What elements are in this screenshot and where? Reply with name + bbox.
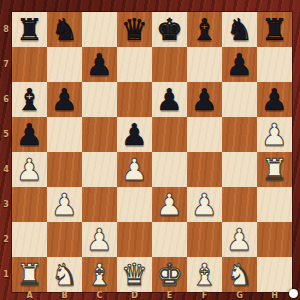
square-h5[interactable]: ♟ <box>257 117 292 152</box>
square-c7[interactable]: ♟ <box>82 47 117 82</box>
square-g4[interactable] <box>222 152 257 187</box>
file-label-a: A <box>12 291 47 300</box>
square-e1[interactable]: ♚ <box>152 257 187 292</box>
file-label-h: H <box>257 291 292 300</box>
square-d1[interactable]: ♛ <box>117 257 152 292</box>
piece-white-rook[interactable]: ♜ <box>261 155 288 185</box>
square-d3[interactable] <box>117 187 152 222</box>
square-g2[interactable]: ♟ <box>222 222 257 257</box>
square-e8[interactable]: ♚ <box>152 12 187 47</box>
square-g8[interactable]: ♞ <box>222 12 257 47</box>
rank-labels: 87654321 <box>0 12 12 292</box>
chess-board: ♜♞♛♚♝♞♜♟♟♝♟♟♟♟♟♟♟♟♟♜♟♟♟♟♟♜♞♝♛♚♝♞ <box>12 12 292 292</box>
square-c1[interactable]: ♝ <box>82 257 117 292</box>
square-a4[interactable]: ♟ <box>12 152 47 187</box>
square-e3[interactable]: ♟ <box>152 187 187 222</box>
square-f8[interactable]: ♝ <box>187 12 222 47</box>
rank-label-1: 1 <box>0 257 12 292</box>
piece-white-bishop[interactable]: ♝ <box>86 260 113 290</box>
square-b4[interactable] <box>47 152 82 187</box>
piece-white-rook[interactable]: ♜ <box>16 260 43 290</box>
piece-black-rook[interactable]: ♜ <box>261 15 288 45</box>
piece-black-bishop[interactable]: ♝ <box>16 85 43 115</box>
square-c6[interactable] <box>82 82 117 117</box>
file-label-b: B <box>47 291 82 300</box>
square-a7[interactable] <box>12 47 47 82</box>
square-f6[interactable]: ♟ <box>187 82 222 117</box>
square-e2[interactable] <box>152 222 187 257</box>
file-label-d: D <box>117 291 152 300</box>
square-g6[interactable] <box>222 82 257 117</box>
piece-black-king[interactable]: ♚ <box>156 15 183 45</box>
square-e4[interactable] <box>152 152 187 187</box>
square-e5[interactable] <box>152 117 187 152</box>
square-c8[interactable] <box>82 12 117 47</box>
rank-label-3: 3 <box>0 187 12 222</box>
square-f7[interactable] <box>187 47 222 82</box>
rank-label-8: 8 <box>0 12 12 47</box>
piece-white-pawn[interactable]: ♟ <box>191 190 218 220</box>
piece-black-queen[interactable]: ♛ <box>121 15 148 45</box>
piece-white-pawn[interactable]: ♟ <box>121 155 148 185</box>
square-b8[interactable]: ♞ <box>47 12 82 47</box>
square-d6[interactable] <box>117 82 152 117</box>
piece-white-pawn[interactable]: ♟ <box>261 120 288 150</box>
square-f3[interactable]: ♟ <box>187 187 222 222</box>
square-f4[interactable] <box>187 152 222 187</box>
rank-label-2: 2 <box>0 222 12 257</box>
square-b3[interactable]: ♟ <box>47 187 82 222</box>
piece-white-knight[interactable]: ♞ <box>226 260 253 290</box>
square-a5[interactable]: ♟ <box>12 117 47 152</box>
piece-white-bishop[interactable]: ♝ <box>191 260 218 290</box>
square-d4[interactable]: ♟ <box>117 152 152 187</box>
piece-white-pawn[interactable]: ♟ <box>16 155 43 185</box>
piece-black-pawn[interactable]: ♟ <box>226 50 253 80</box>
piece-black-pawn[interactable]: ♟ <box>261 85 288 115</box>
piece-black-pawn[interactable]: ♟ <box>191 85 218 115</box>
square-f1[interactable]: ♝ <box>187 257 222 292</box>
square-g3[interactable] <box>222 187 257 222</box>
chess-board-frame: ♜♞♛♚♝♞♜♟♟♝♟♟♟♟♟♟♟♟♟♜♟♟♟♟♟♜♞♝♛♚♝♞ 8765432… <box>0 0 300 300</box>
square-g5[interactable] <box>222 117 257 152</box>
square-c5[interactable] <box>82 117 117 152</box>
rank-label-4: 4 <box>0 152 12 187</box>
square-a3[interactable] <box>12 187 47 222</box>
square-g7[interactable]: ♟ <box>222 47 257 82</box>
piece-white-king[interactable]: ♚ <box>156 260 183 290</box>
square-a6[interactable]: ♝ <box>12 82 47 117</box>
square-d7[interactable] <box>117 47 152 82</box>
square-g1[interactable]: ♞ <box>222 257 257 292</box>
square-h7[interactable] <box>257 47 292 82</box>
file-label-f: F <box>187 291 222 300</box>
square-h2[interactable] <box>257 222 292 257</box>
square-a2[interactable] <box>12 222 47 257</box>
square-a8[interactable]: ♜ <box>12 12 47 47</box>
file-label-c: C <box>82 291 117 300</box>
piece-white-pawn[interactable]: ♟ <box>226 225 253 255</box>
rank-label-5: 5 <box>0 117 12 152</box>
piece-black-knight[interactable]: ♞ <box>226 15 253 45</box>
square-d2[interactable] <box>117 222 152 257</box>
piece-black-pawn[interactable]: ♟ <box>51 85 78 115</box>
square-b6[interactable]: ♟ <box>47 82 82 117</box>
square-b5[interactable] <box>47 117 82 152</box>
square-b2[interactable] <box>47 222 82 257</box>
square-h3[interactable] <box>257 187 292 222</box>
square-b7[interactable] <box>47 47 82 82</box>
piece-black-bishop[interactable]: ♝ <box>191 15 218 45</box>
square-e6[interactable]: ♟ <box>152 82 187 117</box>
piece-black-pawn[interactable]: ♟ <box>86 50 113 80</box>
piece-black-pawn[interactable]: ♟ <box>121 120 148 150</box>
square-h1[interactable] <box>257 257 292 292</box>
square-h4[interactable]: ♜ <box>257 152 292 187</box>
square-b1[interactable]: ♞ <box>47 257 82 292</box>
piece-black-pawn[interactable]: ♟ <box>156 85 183 115</box>
rank-label-6: 6 <box>0 82 12 117</box>
square-h8[interactable]: ♜ <box>257 12 292 47</box>
square-c2[interactable]: ♟ <box>82 222 117 257</box>
square-d8[interactable]: ♛ <box>117 12 152 47</box>
piece-white-queen[interactable]: ♛ <box>121 260 148 290</box>
square-c4[interactable] <box>82 152 117 187</box>
piece-black-pawn[interactable]: ♟ <box>16 120 43 150</box>
square-d5[interactable]: ♟ <box>117 117 152 152</box>
square-h6[interactable]: ♟ <box>257 82 292 117</box>
piece-black-knight[interactable]: ♞ <box>51 15 78 45</box>
rank-label-7: 7 <box>0 47 12 82</box>
piece-white-pawn[interactable]: ♟ <box>86 225 113 255</box>
square-a1[interactable]: ♜ <box>12 257 47 292</box>
square-f5[interactable] <box>187 117 222 152</box>
piece-white-pawn[interactable]: ♟ <box>51 190 78 220</box>
square-e7[interactable] <box>152 47 187 82</box>
square-c3[interactable] <box>82 187 117 222</box>
file-label-e: E <box>152 291 187 300</box>
piece-black-rook[interactable]: ♜ <box>16 15 43 45</box>
piece-white-pawn[interactable]: ♟ <box>156 190 183 220</box>
file-label-g: G <box>222 291 257 300</box>
white-to-move-indicator <box>289 289 298 298</box>
square-f2[interactable] <box>187 222 222 257</box>
piece-white-knight[interactable]: ♞ <box>51 260 78 290</box>
file-labels: ABCDEFGH <box>12 291 292 300</box>
